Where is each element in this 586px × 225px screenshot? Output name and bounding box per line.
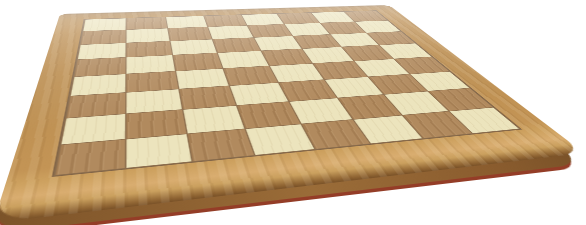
square-a1[interactable]: [56, 139, 126, 175]
chessboard-photo: [0, 0, 586, 225]
square-c1[interactable]: [188, 129, 254, 161]
square-b1[interactable]: [127, 134, 192, 168]
board-squares: [52, 10, 522, 177]
